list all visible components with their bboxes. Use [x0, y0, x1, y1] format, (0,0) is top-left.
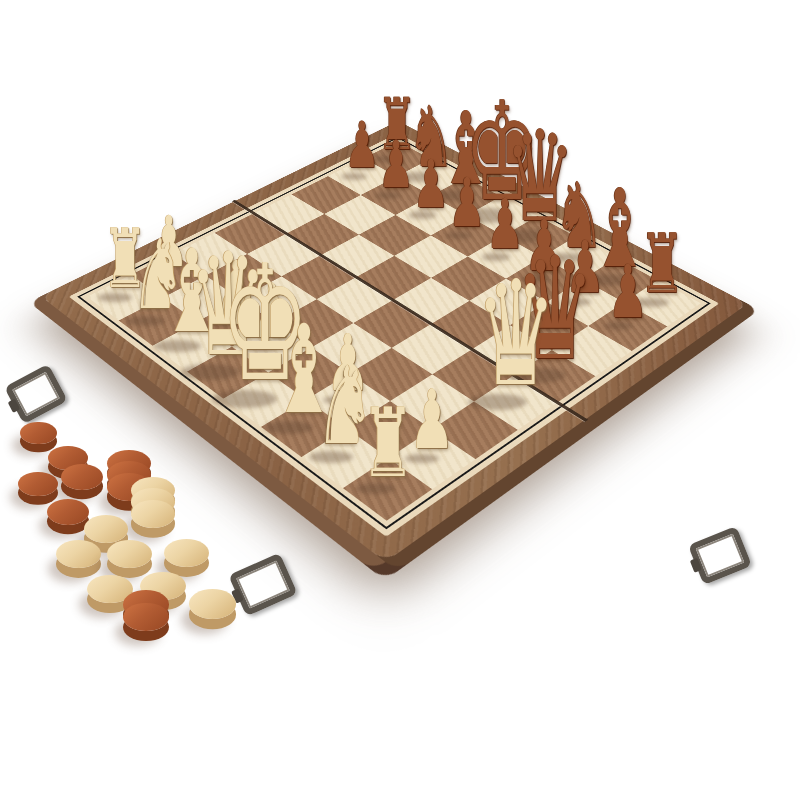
checker-red-stack7-disc1[interactable]: [123, 603, 169, 632]
piece-white-rook-h1[interactable]: ♜: [361, 396, 414, 492]
checker-cream-stack8-disc1[interactable]: [131, 500, 175, 527]
piece-black-pawn-c7[interactable]: ♟: [413, 151, 450, 217]
checker-cream-stack12-disc1[interactable]: [164, 539, 209, 567]
piece-black-pawn-b7[interactable]: ♟: [378, 132, 414, 197]
checker-red-stack1-disc1[interactable]: [20, 422, 57, 445]
checker-cream-stack11-disc1[interactable]: [107, 540, 152, 568]
checker-cream-stack15-disc1[interactable]: [189, 589, 236, 618]
piece-black-pawn-d7[interactable]: ♟: [448, 170, 486, 238]
piece-white-pawn-h2[interactable]: ♟: [409, 379, 454, 461]
latch-right: [688, 525, 752, 584]
checker-red-stack6-disc1[interactable]: [47, 499, 89, 525]
product-photo-stage: ♜♟♞♟♝♟♚♟♛♟♞♟♟♝♜♟♜♞♟♟♝♟♛♛♚♟♛♝♞♟♜: [0, 0, 800, 800]
piece-black-pawn-a7[interactable]: ♟: [345, 114, 380, 178]
checker-cream-stack9-disc1[interactable]: [84, 515, 128, 542]
checker-red-stack3-disc1[interactable]: [18, 472, 58, 497]
latch-left: [4, 364, 68, 425]
latch-bottom: [228, 552, 297, 616]
piece-white-queen-h4[interactable]: ♛: [475, 261, 556, 406]
checker-cream-stack10-disc1[interactable]: [56, 540, 101, 568]
pieces-layer: ♜♟♞♟♝♟♚♟♛♟♞♟♟♝♜♟♜♞♟♟♝♟♛♛♚♟♛♝♞♟♜: [0, 0, 800, 800]
piece-black-pawn-h7[interactable]: ♟: [607, 255, 648, 328]
checker-red-stack4-disc1[interactable]: [61, 464, 103, 490]
